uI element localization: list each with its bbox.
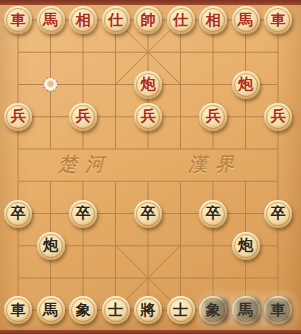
- piece-red-chariot-a1[interactable]: 車: [4, 6, 32, 34]
- piece-glyph: 士: [108, 303, 123, 318]
- piece-glyph: 兵: [141, 109, 156, 124]
- piece-glyph: 馬: [43, 303, 58, 318]
- piece-glyph: 卒: [206, 206, 221, 221]
- piece-glyph: 兵: [206, 109, 221, 124]
- piece-glyph: 兵: [76, 109, 91, 124]
- piece-red-cannon-e3[interactable]: 炮: [134, 71, 162, 99]
- piece-glyph: 卒: [76, 206, 91, 221]
- piece-glyph: 兵: [11, 109, 26, 124]
- piece-red-soldier-c4[interactable]: 兵: [69, 103, 97, 131]
- piece-glyph: 仕: [173, 13, 188, 28]
- piece-red-chariot-i1[interactable]: 車: [264, 6, 292, 34]
- board-top-edge: [0, 0, 301, 5]
- piece-glyph: 仕: [108, 13, 123, 28]
- piece-black-advisor-d10[interactable]: 士: [102, 296, 130, 324]
- piece-red-horse-h1[interactable]: 馬: [232, 6, 260, 34]
- piece-glyph: 車: [271, 13, 286, 28]
- xiangqi-board[interactable]: 楚河 漢界 車馬相仕帥仕相馬車炮炮兵兵兵兵兵卒卒卒卒卒炮炮車馬象士將士象馬車: [0, 0, 301, 334]
- piece-black-soldier-i7[interactable]: 卒: [264, 200, 292, 228]
- piece-glyph: 相: [206, 13, 221, 28]
- piece-glyph: 炮: [238, 77, 253, 92]
- piece-glyph: 炮: [141, 77, 156, 92]
- piece-red-elephant-c1[interactable]: 相: [69, 6, 97, 34]
- piece-glyph: 兵: [271, 109, 286, 124]
- piece-black-horse-b10[interactable]: 馬: [37, 296, 65, 324]
- piece-red-general-e1[interactable]: 帥: [134, 6, 162, 34]
- piece-black-soldier-c7[interactable]: 卒: [69, 200, 97, 228]
- piece-red-soldier-g4[interactable]: 兵: [199, 103, 227, 131]
- piece-red-elephant-g1[interactable]: 相: [199, 6, 227, 34]
- piece-glyph: 卒: [271, 206, 286, 221]
- piece-glyph: 馬: [238, 303, 253, 318]
- piece-glyph: 炮: [238, 238, 253, 253]
- piece-glyph: 卒: [11, 206, 26, 221]
- piece-glyph: 將: [141, 303, 156, 318]
- river-label-left: 楚河: [58, 152, 112, 180]
- board-grid: [0, 0, 301, 334]
- piece-red-soldier-a4[interactable]: 兵: [4, 103, 32, 131]
- piece-red-soldier-e4[interactable]: 兵: [134, 103, 162, 131]
- piece-glyph: 帥: [141, 13, 156, 28]
- piece-red-advisor-d1[interactable]: 仕: [102, 6, 130, 34]
- piece-black-cannon-b8[interactable]: 炮: [37, 232, 65, 260]
- piece-red-advisor-f1[interactable]: 仕: [167, 6, 195, 34]
- piece-red-cannon-h3[interactable]: 炮: [232, 71, 260, 99]
- piece-red-horse-b1[interactable]: 馬: [37, 6, 65, 34]
- piece-black-horse-h10[interactable]: 馬: [232, 296, 260, 324]
- piece-glyph: 炮: [43, 238, 58, 253]
- piece-glyph: 車: [271, 303, 286, 318]
- piece-black-advisor-f10[interactable]: 士: [167, 296, 195, 324]
- piece-black-soldier-e7[interactable]: 卒: [134, 200, 162, 228]
- last-move-marker: [45, 79, 56, 90]
- piece-glyph: 馬: [238, 13, 253, 28]
- piece-glyph: 士: [173, 303, 188, 318]
- piece-black-soldier-g7[interactable]: 卒: [199, 200, 227, 228]
- piece-glyph: 象: [206, 303, 221, 318]
- piece-glyph: 象: [76, 303, 91, 318]
- piece-glyph: 卒: [141, 206, 156, 221]
- piece-glyph: 相: [76, 13, 91, 28]
- piece-glyph: 車: [11, 13, 26, 28]
- river-label-right: 漢界: [188, 152, 242, 180]
- piece-glyph: 車: [11, 303, 26, 318]
- piece-red-soldier-i4[interactable]: 兵: [264, 103, 292, 131]
- piece-black-cannon-h8[interactable]: 炮: [232, 232, 260, 260]
- board-bottom-edge: [0, 330, 301, 334]
- piece-black-soldier-a7[interactable]: 卒: [4, 200, 32, 228]
- piece-glyph: 馬: [43, 13, 58, 28]
